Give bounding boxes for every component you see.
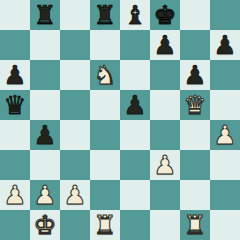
square-e6[interactable] [120,60,150,90]
square-b8[interactable]: ♜ [30,0,60,30]
square-d8[interactable]: ♜ [90,0,120,30]
square-e8[interactable]: ♝ [120,0,150,30]
square-d5[interactable] [90,90,120,120]
black-pawn-icon[interactable]: ♟ [123,90,146,120]
square-d3[interactable] [90,150,120,180]
square-b6[interactable] [30,60,60,90]
square-c1[interactable] [60,210,90,240]
black-rook-icon[interactable]: ♜ [33,0,56,30]
white-rook-icon[interactable]: ♜ [183,210,206,240]
square-b1[interactable]: ♚ [30,210,60,240]
square-c7[interactable] [60,30,90,60]
square-h3[interactable] [210,150,240,180]
square-h6[interactable] [210,60,240,90]
square-a1[interactable] [0,210,30,240]
black-pawn-icon[interactable]: ♟ [33,120,56,150]
square-f8[interactable]: ♚ [150,0,180,30]
square-a7[interactable] [0,30,30,60]
white-queen-icon[interactable]: ♛ [183,90,206,120]
black-pawn-icon[interactable]: ♟ [213,30,236,60]
square-c2[interactable]: ♟ [60,180,90,210]
square-d6[interactable]: ♞ [90,60,120,90]
square-b3[interactable] [30,150,60,180]
square-g7[interactable] [180,30,210,60]
square-a6[interactable]: ♟ [0,60,30,90]
square-g8[interactable] [180,0,210,30]
square-c8[interactable] [60,0,90,30]
square-h8[interactable] [210,0,240,30]
white-pawn-icon[interactable]: ♟ [153,150,176,180]
white-knight-icon[interactable]: ♞ [93,60,116,90]
black-bishop-icon[interactable]: ♝ [123,0,146,30]
black-king-icon[interactable]: ♚ [153,0,176,30]
square-f1[interactable] [150,210,180,240]
square-f2[interactable] [150,180,180,210]
black-pawn-icon[interactable]: ♟ [183,60,206,90]
square-e2[interactable] [120,180,150,210]
square-d1[interactable]: ♜ [90,210,120,240]
white-pawn-icon[interactable]: ♟ [33,180,56,210]
square-g1[interactable]: ♜ [180,210,210,240]
square-f3[interactable]: ♟ [150,150,180,180]
black-rook-icon[interactable]: ♜ [93,0,116,30]
square-a4[interactable] [0,120,30,150]
square-h1[interactable] [210,210,240,240]
square-f6[interactable] [150,60,180,90]
square-d2[interactable] [90,180,120,210]
square-c5[interactable] [60,90,90,120]
square-h4[interactable]: ♟ [210,120,240,150]
square-d4[interactable] [90,120,120,150]
white-pawn-icon[interactable]: ♟ [3,180,26,210]
square-e1[interactable] [120,210,150,240]
square-b5[interactable] [30,90,60,120]
square-b7[interactable] [30,30,60,60]
square-a5[interactable]: ♛ [0,90,30,120]
white-pawn-icon[interactable]: ♟ [63,180,86,210]
square-g5[interactable]: ♛ [180,90,210,120]
black-pawn-icon[interactable]: ♟ [3,60,26,90]
black-pawn-icon[interactable]: ♟ [153,30,176,60]
square-c4[interactable] [60,120,90,150]
square-g2[interactable] [180,180,210,210]
white-rook-icon[interactable]: ♜ [93,210,116,240]
black-queen-icon[interactable]: ♛ [3,90,26,120]
square-b2[interactable]: ♟ [30,180,60,210]
square-h2[interactable] [210,180,240,210]
chess-board-container: ♜♜♝♚♟♟♟♞♟♛♟♛♟♟♟♟♟♟♚♜♜ [0,0,240,240]
square-e5[interactable]: ♟ [120,90,150,120]
square-f4[interactable] [150,120,180,150]
square-g3[interactable] [180,150,210,180]
square-e4[interactable] [120,120,150,150]
square-c3[interactable] [60,150,90,180]
white-king-icon[interactable]: ♚ [33,210,56,240]
square-d7[interactable] [90,30,120,60]
white-pawn-icon[interactable]: ♟ [213,120,236,150]
square-h5[interactable] [210,90,240,120]
square-f5[interactable] [150,90,180,120]
square-c6[interactable] [60,60,90,90]
square-h7[interactable]: ♟ [210,30,240,60]
chess-board: ♜♜♝♚♟♟♟♞♟♛♟♛♟♟♟♟♟♟♚♜♜ [0,0,240,240]
square-a8[interactable] [0,0,30,30]
square-g6[interactable]: ♟ [180,60,210,90]
square-e7[interactable] [120,30,150,60]
square-f7[interactable]: ♟ [150,30,180,60]
square-g4[interactable] [180,120,210,150]
square-a2[interactable]: ♟ [0,180,30,210]
square-e3[interactable] [120,150,150,180]
square-a3[interactable] [0,150,30,180]
square-b4[interactable]: ♟ [30,120,60,150]
